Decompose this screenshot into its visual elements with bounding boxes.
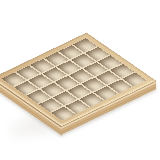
product-photo-scene — [0, 0, 160, 160]
